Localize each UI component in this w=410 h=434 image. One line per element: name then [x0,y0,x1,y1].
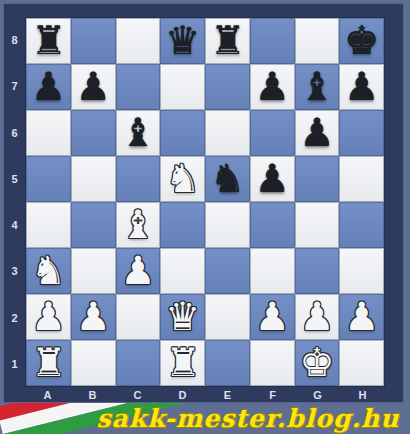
rank-label-3: 3 [4,248,25,294]
white-rook-a1[interactable]: ♜ [31,343,66,382]
square-e2[interactable] [205,294,250,340]
square-d5[interactable]: ♞ [160,156,205,202]
square-c3[interactable]: ♟ [116,248,161,294]
square-c2[interactable] [116,294,161,340]
square-c7[interactable] [116,64,161,110]
black-bishop-c6[interactable]: ♝ [120,113,155,152]
file-label-b: B [70,387,115,402]
square-h2[interactable]: ♟ [339,294,384,340]
rank-label-5: 5 [4,156,25,202]
square-d1[interactable]: ♜ [160,340,205,386]
square-a5[interactable] [26,156,71,202]
black-rook-e8[interactable]: ♜ [210,21,245,60]
white-bishop-c4[interactable]: ♝ [120,205,155,244]
square-f7[interactable]: ♟ [250,64,295,110]
white-king-g1[interactable]: ♚ [299,343,334,382]
square-b3[interactable] [71,248,116,294]
square-f8[interactable] [250,18,295,64]
square-c1[interactable] [116,340,161,386]
white-pawn-a2[interactable]: ♟ [31,297,66,336]
rank-label-2: 2 [4,295,25,341]
square-g5[interactable] [295,156,340,202]
file-labels: ABCDEFGH [25,387,385,402]
black-pawn-a7[interactable]: ♟ [31,67,66,106]
rank-label-7: 7 [4,63,25,109]
square-e4[interactable] [205,202,250,248]
white-pawn-c3[interactable]: ♟ [120,251,155,290]
black-pawn-b7[interactable]: ♟ [76,67,111,106]
square-d4[interactable] [160,202,205,248]
square-d8[interactable]: ♛ [160,18,205,64]
square-c8[interactable] [116,18,161,64]
square-h6[interactable] [339,110,384,156]
square-d6[interactable] [160,110,205,156]
black-pawn-f7[interactable]: ♟ [255,67,290,106]
chess-board: ♜♛♜♚♟♟♟♝♟♝♟♞♞♟♝♞♟♟♟♛♟♟♟♜♜♚ [25,17,385,387]
square-e3[interactable] [205,248,250,294]
square-g2[interactable]: ♟ [295,294,340,340]
rank-label-4: 4 [4,202,25,248]
square-a1[interactable]: ♜ [26,340,71,386]
square-b7[interactable]: ♟ [71,64,116,110]
black-king-h8[interactable]: ♚ [344,21,379,60]
square-h5[interactable] [339,156,384,202]
file-label-h: H [340,387,385,402]
chess-diagram: 87654321 ♜♛♜♚♟♟♟♝♟♝♟♞♞♟♝♞♟♟♟♛♟♟♟♜♜♚ ABCD… [0,0,410,434]
square-e6[interactable] [205,110,250,156]
square-g7[interactable]: ♝ [295,64,340,110]
site-watermark: sakk-mester.blog.hu [88,403,408,434]
square-e5[interactable]: ♞ [205,156,250,202]
square-b8[interactable] [71,18,116,64]
square-f2[interactable]: ♟ [250,294,295,340]
square-f1[interactable] [250,340,295,386]
rank-labels: 87654321 [4,17,25,387]
square-g3[interactable] [295,248,340,294]
square-c4[interactable]: ♝ [116,202,161,248]
file-label-e: E [205,387,250,402]
square-h4[interactable] [339,202,384,248]
white-knight-d5[interactable]: ♞ [165,159,200,198]
square-c5[interactable] [116,156,161,202]
white-pawn-b2[interactable]: ♟ [76,297,111,336]
rank-label-8: 8 [4,17,25,63]
square-d3[interactable] [160,248,205,294]
white-pawn-g2[interactable]: ♟ [299,297,334,336]
file-label-c: C [115,387,160,402]
square-c6[interactable]: ♝ [116,110,161,156]
square-h8[interactable]: ♚ [339,18,384,64]
square-b1[interactable] [71,340,116,386]
rank-label-6: 6 [4,110,25,156]
black-pawn-h7[interactable]: ♟ [344,67,379,106]
square-b2[interactable]: ♟ [71,294,116,340]
black-knight-e5[interactable]: ♞ [210,159,245,198]
square-f4[interactable] [250,202,295,248]
white-pawn-f2[interactable]: ♟ [255,297,290,336]
square-h7[interactable]: ♟ [339,64,384,110]
square-f5[interactable]: ♟ [250,156,295,202]
white-rook-d1[interactable]: ♜ [165,343,200,382]
square-a4[interactable] [26,202,71,248]
square-e1[interactable] [205,340,250,386]
black-pawn-g6[interactable]: ♟ [299,113,334,152]
square-a3[interactable]: ♞ [26,248,71,294]
square-b5[interactable] [71,156,116,202]
file-label-f: F [250,387,295,402]
square-h1[interactable] [339,340,384,386]
square-g8[interactable] [295,18,340,64]
black-bishop-g7[interactable]: ♝ [299,67,334,106]
file-label-a: A [25,387,70,402]
square-d7[interactable] [160,64,205,110]
square-h3[interactable] [339,248,384,294]
white-pawn-h2[interactable]: ♟ [344,297,379,336]
white-queen-d2[interactable]: ♛ [165,297,200,336]
black-queen-d8[interactable]: ♛ [165,21,200,60]
black-rook-a8[interactable]: ♜ [31,21,66,60]
square-d2[interactable]: ♛ [160,294,205,340]
square-f6[interactable] [250,110,295,156]
square-g6[interactable]: ♟ [295,110,340,156]
square-a6[interactable] [26,110,71,156]
square-e7[interactable] [205,64,250,110]
footer: sakk-mester.blog.hu [0,403,410,434]
rank-label-1: 1 [4,341,25,387]
square-b6[interactable] [71,110,116,156]
square-a7[interactable]: ♟ [26,64,71,110]
board-frame: 87654321 ♜♛♜♚♟♟♟♝♟♝♟♞♞♟♝♞♟♟♟♛♟♟♟♜♜♚ ABCD… [3,3,404,403]
square-a2[interactable]: ♟ [26,294,71,340]
square-b4[interactable] [71,202,116,248]
file-label-g: G [295,387,340,402]
square-f3[interactable] [250,248,295,294]
square-g4[interactable] [295,202,340,248]
file-label-d: D [160,387,205,402]
black-pawn-f5[interactable]: ♟ [255,159,290,198]
square-e8[interactable]: ♜ [205,18,250,64]
square-g1[interactable]: ♚ [295,340,340,386]
square-a8[interactable]: ♜ [26,18,71,64]
white-knight-a3[interactable]: ♞ [31,251,66,290]
